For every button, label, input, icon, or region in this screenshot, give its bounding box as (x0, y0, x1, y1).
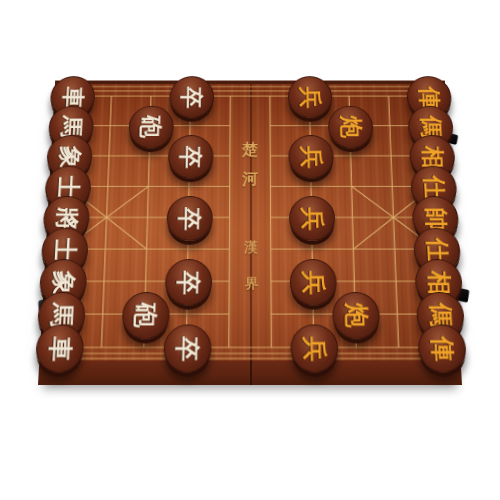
piece-character: 相 (420, 145, 445, 168)
piece-character: 炮 (344, 303, 369, 328)
xiangqi-set-scene: 楚 河 漢 界 車馬象士將士象馬車砲砲卒卒卒卒卒兵兵兵兵兵炮炮俥傌相仕帥仕相傌俥 (38, 62, 462, 385)
piece-character: 炮 (339, 116, 363, 138)
pieces-layer: 車馬象士將士象馬車砲砲卒卒卒卒卒兵兵兵兵兵炮炮俥傌相仕帥仕相傌俥 (42, 84, 457, 362)
piece-black-cannon[interactable]: 砲 (128, 105, 174, 148)
piece-character: 卒 (180, 86, 203, 108)
piece-character: 卒 (175, 336, 200, 361)
piece-character: 砲 (133, 303, 158, 328)
piece-character: 象 (50, 270, 76, 294)
piece-red-soldier[interactable]: 兵 (289, 135, 335, 178)
piece-character: 相 (426, 270, 452, 294)
front-edge-fold-seam (250, 361, 252, 385)
board-perspective-wrapper: 楚 河 漢 界 車馬象士將士象馬車砲砲卒卒卒卒卒兵兵兵兵兵炮炮俥傌相仕帥仕相傌俥 (38, 81, 462, 385)
piece-character: 兵 (300, 145, 324, 168)
piece-red-soldier[interactable]: 兵 (290, 259, 338, 306)
piece-black-soldier[interactable]: 卒 (166, 196, 213, 241)
piece-character: 將 (54, 207, 79, 230)
piece-black-soldier[interactable]: 卒 (167, 135, 213, 178)
piece-character: 卒 (177, 207, 201, 230)
piece-character: 象 (57, 145, 82, 168)
piece-character: 車 (47, 336, 73, 361)
piece-red-cannon[interactable]: 炮 (332, 291, 380, 338)
piece-character: 兵 (300, 207, 324, 230)
piece-black-cannon[interactable]: 砲 (121, 291, 169, 338)
piece-character: 兵 (301, 270, 326, 294)
piece-character: 俥 (417, 86, 441, 108)
piece-character: 車 (61, 86, 85, 108)
piece-character: 卒 (176, 270, 201, 294)
piece-black-soldier[interactable]: 卒 (169, 76, 214, 118)
piece-character: 兵 (299, 86, 322, 108)
piece-red-cannon[interactable]: 炮 (328, 105, 374, 148)
xiangqi-board: 楚 河 漢 界 車馬象士將士象馬車砲砲卒卒卒卒卒兵兵兵兵兵炮炮俥傌相仕帥仕相傌俥 (39, 81, 460, 362)
piece-character: 兵 (302, 336, 327, 361)
piece-black-soldier[interactable]: 卒 (165, 259, 212, 306)
piece-character: 卒 (179, 145, 203, 168)
piece-character: 砲 (139, 116, 163, 138)
piece-black-soldier[interactable]: 卒 (163, 324, 211, 372)
piece-red-soldier[interactable]: 兵 (289, 196, 336, 241)
piece-red-soldier[interactable]: 兵 (288, 76, 333, 118)
piece-character: 俥 (429, 336, 455, 361)
board-front-edge (38, 361, 462, 385)
piece-character: 帥 (423, 207, 448, 230)
